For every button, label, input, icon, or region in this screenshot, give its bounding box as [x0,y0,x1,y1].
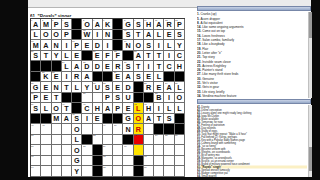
grid-cell[interactable] [113,156,123,167]
cell-letter: M [41,21,50,30]
grid-cell[interactable] [154,166,164,177]
cell-letter: A [164,84,173,93]
across-scrollbar-thumb[interactable] [309,12,312,38]
grid-cell[interactable]: 19N [123,40,133,51]
grid-cell[interactable]: 65 [103,166,113,177]
grid-cell [134,166,144,177]
cell-letter: O [72,147,81,156]
grid-cell[interactable]: T [52,93,62,104]
grid-cell[interactable]: 12R [164,19,174,30]
grid-cell[interactable] [52,156,62,167]
grid-cell[interactable]: 13P [175,19,185,30]
grid-cell [123,135,133,146]
grid-cell[interactable] [123,166,133,177]
grid-cell[interactable]: D [123,82,133,93]
grid-cell[interactable] [52,145,62,156]
cell-letter: T [134,63,143,72]
cell-letter: E [93,52,102,61]
grid-cell[interactable]: 53 [134,135,144,146]
grid-cell [72,30,82,41]
grid-cell[interactable] [62,135,72,146]
grid-cell[interactable]: Y [72,166,82,177]
grid-cell[interactable]: 60 [123,145,133,156]
grid-cell[interactable]: 22F [113,51,123,62]
clue-text: Cranks (up) [200,12,216,16]
grid-cell [164,72,174,83]
grid-cell[interactable]: P [62,30,72,41]
cell-letter: W [82,31,91,40]
grid-cell [93,145,103,156]
grid-cell[interactable]: E [41,82,51,93]
grid-cell[interactable]: T [154,51,164,62]
grid-cell[interactable]: 2M [41,19,51,30]
grid-cell[interactable]: S [175,30,185,41]
grid-cell[interactable]: L [164,40,174,51]
grid-cell[interactable] [41,156,51,167]
grid-cell[interactable]: S [134,72,144,83]
cell-letter: P [72,42,81,51]
cell-letter: S [134,21,143,30]
cell-letter: E [93,115,102,124]
grid-cell[interactable]: 21E [93,51,103,62]
grid-cell[interactable]: 55 [164,135,174,146]
grid-cell[interactable]: 39S [31,103,41,114]
grid-cell[interactable]: 26S [123,61,133,72]
grid-cell[interactable]: L [62,51,72,62]
clue-text: A-flat equivalent [200,21,222,25]
cell-letter: T [62,105,71,114]
grid-cell[interactable]: E [144,72,154,83]
grid-cell[interactable]: 23A [134,51,144,62]
cell-letter: N [123,126,132,135]
clue-line[interactable]: 34. Vending machine feature [197,94,307,98]
grid-cell[interactable]: 42L [134,103,144,114]
cell-letter: L [62,52,71,61]
clue-text: Letter after "e" [202,51,222,55]
grid-cell[interactable]: 34A [164,82,174,93]
grid-cell[interactable]: A [144,30,154,41]
grid-cell[interactable]: 64 [31,166,41,177]
grid-cell [103,114,113,125]
grid-cell[interactable]: 28E [52,72,62,83]
grid-cell[interactable] [82,166,92,177]
grid-cell[interactable]: C [164,61,174,72]
grid-cell [113,19,123,30]
grid-cell[interactable]: 54 [154,135,164,146]
cell-letter: N [123,42,132,51]
grid-cell[interactable]: 49 [103,124,113,135]
grid-cell[interactable] [144,124,154,135]
grid-cell[interactable]: E [82,40,92,51]
grid-cell[interactable]: 51 [31,135,41,146]
grid-cell[interactable]: A [103,103,113,114]
grid-cell[interactable]: 45S [72,114,82,125]
clue-text: Genuine [202,76,214,80]
grid-cell[interactable]: 41C [82,103,92,114]
cell-letter: O [134,42,143,51]
grid-cell[interactable]: N [52,82,62,93]
grid-cell[interactable] [113,135,123,146]
grid-cell[interactable]: 58 [82,145,92,156]
grid-cell[interactable]: 43H [144,103,154,114]
grid-cell[interactable]: 29E [113,72,123,83]
cell-letter: R [72,73,81,82]
cell-letter: A [134,52,143,61]
cell-letter: H [144,21,153,30]
grid-cell[interactable]: S [113,93,123,104]
grid-cell[interactable] [93,93,103,104]
grid-cell[interactable]: T [41,51,51,62]
grid-cell[interactable]: G [72,156,82,167]
clue-text: Invisible seam closer [202,59,231,63]
grid-cell[interactable]: L [154,72,164,83]
grid-cell[interactable]: 10H [144,19,154,30]
grid-cell[interactable]: 17M [31,40,41,51]
grid-cell [82,51,92,62]
cell-letter: E [72,52,81,61]
grid-cell[interactable]: U [123,93,133,104]
grid-cell[interactable]: 35L [175,82,185,93]
grid-cell[interactable]: I [154,40,164,51]
grid-cell[interactable]: O [134,114,144,125]
grid-cell[interactable]: O [175,93,185,104]
cell-letter: S [113,94,122,103]
grid-cell[interactable]: I [103,40,113,51]
cell-letter: I [103,42,112,51]
cell-letter: M [31,42,40,51]
grid-cell[interactable]: L [72,135,82,146]
grid-cell[interactable] [62,166,72,177]
grid-cell[interactable]: A [82,72,92,83]
cell-letter: E [103,63,112,72]
grid-cell[interactable]: A [41,40,51,51]
grid-cell [103,72,113,83]
grid-cell[interactable]: 37 [82,93,92,104]
grid-cell[interactable] [123,156,133,167]
grid-cell[interactable]: A [72,61,82,72]
cell-letter: A [93,21,102,30]
grid-cell[interactable]: 15W [82,30,92,41]
grid-cell[interactable]: D [93,40,103,51]
crossword-grid[interactable]: 1A2M3P4S5O6A7K8G9S10H11A12R13P14LOOP15WI… [30,18,185,177]
across-clue-list[interactable]: 1. Cranks (up)5. Acorn dropper8. A-flat … [197,12,307,98]
grid-cell[interactable]: E [72,51,82,62]
cell-letter: L [134,105,143,114]
grid-cell[interactable]: D [93,61,103,72]
cell-letter: A [144,115,153,124]
grid-cell[interactable]: L [41,103,51,114]
cell-letter: O [52,31,61,40]
cell-letter: T [154,52,163,61]
grid-cell [82,135,92,146]
grid-cell[interactable]: 33R [144,82,154,93]
grid-cell [72,93,82,104]
grid-cell[interactable]: T [154,114,164,125]
cell-number: 47 [31,124,34,127]
grid-cell[interactable]: O [72,124,82,135]
down-header: DOWN [197,99,311,104]
cell-letter: D [82,63,91,72]
cell-letter: I [144,63,153,72]
grid-cell[interactable]: L [175,103,185,114]
grid-cell[interactable]: 40T [62,103,72,114]
grid-cell [72,19,82,30]
cell-letter: A [144,31,153,40]
grid-cell[interactable]: 63 [144,156,154,167]
grid-cell[interactable]: O [41,30,51,41]
grid-cell[interactable]: 56 [175,135,185,146]
cell-letter: O [52,105,61,114]
grid-cell[interactable]: I [62,40,72,51]
clue-line[interactable]: 64. Small quarrel [197,175,307,177]
clue-text: Small quarrel [201,175,216,177]
cell-letter: P [52,21,61,30]
clue-text: Loses freshness [202,33,225,37]
grid-cell [144,93,154,104]
grid-cell [41,61,51,72]
grid-cell[interactable] [164,145,174,156]
grid-cell[interactable]: 32S [103,82,113,93]
grid-cell[interactable]: O [52,30,62,41]
grid-cell[interactable] [175,156,185,167]
cell-number: 52 [93,134,96,137]
cell-letter: S [134,73,143,82]
cell-letter: A [72,63,81,72]
cell-letter: L [164,42,173,51]
grid-cell[interactable] [82,156,92,167]
grid-cell[interactable]: 50 [113,124,123,135]
clue-panel: ACROSS 1. Cranks (up)5. Acorn dropper8. … [197,6,311,177]
grid-cell[interactable]: A [62,114,72,125]
grid-cell[interactable]: 11A [154,19,164,30]
grid-cell[interactable]: O [134,40,144,51]
grid-cell[interactable] [52,124,62,135]
grid-cell[interactable]: E [113,82,123,93]
grid-cell[interactable]: S [164,114,174,125]
across-header: ACROSS [197,6,311,11]
grid-cell[interactable]: L [72,82,82,93]
clue-text: Vet's visitor [202,81,218,85]
grid-cell[interactable] [154,156,164,167]
grid-cell[interactable]: 4S [62,19,72,30]
grid-cell[interactable]: Y [52,51,62,62]
cell-letter: Y [72,168,81,177]
grid-cell[interactable]: 3P [52,19,62,30]
cell-letter: S [123,31,132,40]
cell-letter: L [154,31,163,40]
grid-cell[interactable]: E [103,61,113,72]
grid-cell[interactable]: I [144,61,154,72]
cell-letter: S [164,115,173,124]
grid-cell[interactable] [134,145,144,156]
grid-cell[interactable]: P [103,93,113,104]
grid-cell[interactable]: T [144,51,154,62]
grid-cell [113,114,123,125]
cell-letter: T [52,94,61,103]
cell-letter: U [123,94,132,103]
grid-cell[interactable] [164,166,174,177]
grid-cell[interactable] [41,135,51,146]
grid-cell[interactable]: N [123,124,133,135]
cell-letter: O [72,126,81,135]
grid-cell[interactable]: 9S [134,19,144,30]
grid-cell[interactable]: 25D [82,61,92,72]
grid-cell[interactable]: 16S [123,30,133,41]
grid-cell[interactable] [41,166,51,177]
grid-cell[interactable]: I [154,103,164,114]
grid-cell[interactable]: P [113,103,123,114]
cell-letter: C [175,52,184,61]
grid-cell[interactable]: L [164,103,174,114]
grid-cell[interactable]: R [72,72,82,83]
grid-cell[interactable] [41,145,51,156]
grid-cell[interactable]: R [113,61,123,72]
cell-letter: S [31,105,40,114]
grid-cell[interactable] [52,166,62,177]
cell-letter: P [31,94,40,103]
cell-letter: D [93,63,102,72]
cell-letter: D [93,42,102,51]
grid-cell[interactable]: 27K [41,72,51,83]
grid-cell[interactable] [103,135,113,146]
cell-letter: O [175,94,184,103]
cell-letter: C [82,105,91,114]
grid-cell[interactable] [62,156,72,167]
grid-cell[interactable]: 46G [123,114,133,125]
cell-letter: R [134,126,143,135]
cell-letter: S [72,115,81,124]
grid-cell[interactable] [154,145,164,156]
cell-number: 50 [114,124,117,127]
grid-cell[interactable] [113,166,123,177]
grid-cell[interactable]: I [82,114,92,125]
grid-cell[interactable]: O [72,145,82,156]
clue-text: Come out on top [202,29,225,33]
grid-cell [93,156,103,167]
grid-cell[interactable]: Y [175,40,185,51]
grid-cell[interactable] [82,124,92,135]
cell-number: 37 [83,92,86,95]
grid-cell[interactable]: 61 [31,156,41,167]
cell-letter: L [175,84,184,93]
grid-cell[interactable]: N [103,30,113,41]
cell-letter: P [103,94,112,103]
grid-cell[interactable] [144,135,154,146]
grid-cell[interactable]: 48 [41,124,51,135]
grid-cell[interactable]: 62 [103,156,113,167]
cell-letter: A [31,21,40,30]
grid-cell[interactable]: T [134,30,144,41]
grid-cell[interactable]: I [62,72,72,83]
cell-letter: S [123,63,132,72]
grid-cell[interactable] [175,145,185,156]
cell-letter: Y [52,52,61,61]
grid-cell[interactable]: A [123,72,133,83]
grid-cell[interactable] [62,145,72,156]
grid-cell[interactable]: 14L [31,30,41,41]
cell-letter: E [113,84,122,93]
grid-cell[interactable]: 6A [93,19,103,30]
grid-cell[interactable]: I [164,93,174,104]
clue-text: Painter's stand [202,68,222,72]
grid-cell[interactable]: 20S [31,51,41,62]
grid-cell[interactable]: F [103,51,113,62]
grid-cell[interactable]: 24L [62,61,72,72]
grid-cell[interactable]: E [41,93,51,104]
grid-cell[interactable] [62,124,72,135]
cell-number: 49 [103,124,106,127]
clue-text: Vending machine feature [202,94,236,98]
grid-cell[interactable]: I [93,30,103,41]
grid-cell[interactable]: T [62,82,72,93]
grid-cell[interactable]: 5O [82,19,92,30]
cell-letter: L [62,63,71,72]
cell-letter: A [123,73,132,82]
cell-letter: H [93,105,102,114]
grid-cell[interactable]: 8G [123,19,133,30]
grid-cell[interactable]: I [164,51,174,62]
grid-cell[interactable] [52,135,62,146]
grid-cell[interactable]: E [93,114,103,125]
grid-cell[interactable]: S [144,40,154,51]
grid-cell[interactable]: 18P [72,40,82,51]
grid-cell[interactable]: 66 [144,166,154,177]
grid-cell[interactable]: N [52,40,62,51]
grid-cell[interactable]: 38B [154,93,164,104]
clue-text: Life story, briefly [202,89,224,93]
grid-cell[interactable]: 31U [93,82,103,93]
grid-cell[interactable] [113,145,123,156]
grid-cell[interactable]: C [175,51,185,62]
grid-cell[interactable]: 52 [93,135,103,146]
grid-cell[interactable]: T [154,61,164,72]
grid-cell[interactable]: L [154,30,164,41]
grid-cell [31,61,41,72]
cell-letter: S [62,21,71,30]
grid-cell[interactable]: 44M [52,114,62,125]
grid-cell[interactable]: T [134,61,144,72]
down-clue-list[interactable]: 41. Dignity42. Divine conception43. Leav… [197,105,307,177]
cell-letter: E [113,73,122,82]
grid-cell[interactable]: H [175,61,185,72]
grid-cell[interactable]: A [144,114,154,125]
cell-letter: R [113,63,122,72]
grid-cell[interactable]: 36P [31,93,41,104]
grid-cell [93,72,103,83]
cell-number: 58 [83,145,86,148]
grid-cell[interactable] [175,166,185,177]
down-scrollbar-thumb[interactable] [309,147,312,171]
grid-cell[interactable]: 1A [31,19,41,30]
cell-letter: T [154,63,163,72]
cell-letter: L [41,105,50,114]
cell-letter: A [82,73,91,82]
cell-letter: G [31,84,40,93]
grid-cell[interactable]: E [164,30,174,41]
grid-cell[interactable] [164,156,174,167]
grid-cell[interactable]: H [93,103,103,114]
clue-text: Like some ongoing arguments [202,25,243,29]
cell-number: 63 [144,155,147,158]
clue-text: Top story [202,55,215,59]
grid-cell[interactable]: 7K [103,19,113,30]
down-scrollbar[interactable] [308,105,312,177]
desktop-background: LA Times, Tue, Jul 25, 2023 - Joe Deeney… [0,0,320,180]
cell-letter: P [62,31,71,40]
grid-cell [175,72,185,83]
grid-cell [62,93,72,104]
across-scrollbar[interactable] [308,12,312,98]
